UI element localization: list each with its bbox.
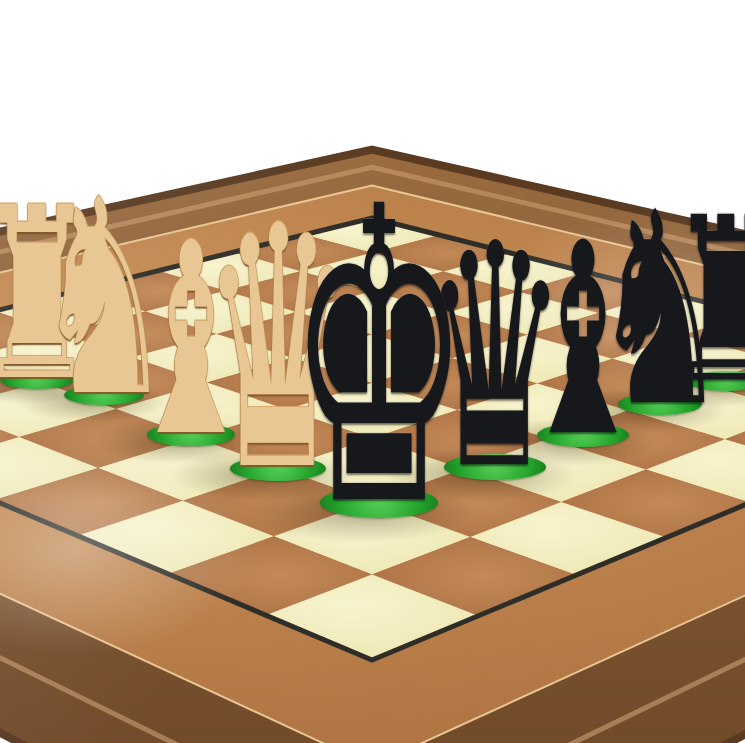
chessboard-product-photo: ♜♞♝♛♚♛♝♞♜ (0, 0, 745, 743)
black-king-glyph: ♚ (288, 155, 470, 562)
